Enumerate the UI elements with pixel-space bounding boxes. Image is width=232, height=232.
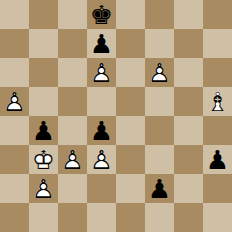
square-a2[interactable] (0, 174, 29, 203)
square-e7[interactable] (116, 29, 145, 58)
piece-white-pawn[interactable]: ♟♙ (87, 58, 116, 87)
square-h2[interactable] (203, 174, 232, 203)
square-h1[interactable] (203, 203, 232, 232)
square-g2[interactable] (174, 174, 203, 203)
chess-board: ♚♟♟♙♟♙♟♙♝♗♟♟♚♔♟♙♟♙♟♟♙♟ (0, 0, 232, 232)
piece-white-pawn[interactable]: ♟♙ (0, 87, 29, 116)
square-b8[interactable] (29, 0, 58, 29)
square-c4[interactable] (58, 116, 87, 145)
square-a8[interactable] (0, 0, 29, 29)
square-c2[interactable] (58, 174, 87, 203)
piece-black-king[interactable]: ♚ (87, 0, 116, 29)
square-f2[interactable]: ♟ (145, 174, 174, 203)
square-g3[interactable] (174, 145, 203, 174)
square-g6[interactable] (174, 58, 203, 87)
square-h3[interactable]: ♟ (203, 145, 232, 174)
pawn-glyph-fill: ♟ (0, 87, 29, 116)
square-a1[interactable] (0, 203, 29, 232)
square-g7[interactable] (174, 29, 203, 58)
square-h5[interactable]: ♝♗ (203, 87, 232, 116)
piece-white-pawn[interactable]: ♟♙ (87, 145, 116, 174)
square-a5[interactable]: ♟♙ (0, 87, 29, 116)
square-c7[interactable] (58, 29, 87, 58)
pawn-glyph-fill: ♟ (87, 58, 116, 87)
pawn-glyph-fill: ♟ (87, 145, 116, 174)
square-d2[interactable] (87, 174, 116, 203)
square-g8[interactable] (174, 0, 203, 29)
square-f1[interactable] (145, 203, 174, 232)
piece-white-pawn[interactable]: ♟♙ (58, 145, 87, 174)
square-f7[interactable] (145, 29, 174, 58)
square-f8[interactable] (145, 0, 174, 29)
square-e2[interactable] (116, 174, 145, 203)
pawn-glyph-fill: ♟ (58, 145, 87, 174)
piece-black-pawn[interactable]: ♟ (203, 145, 232, 174)
square-d8[interactable]: ♚ (87, 0, 116, 29)
square-h8[interactable] (203, 0, 232, 29)
pawn-glyph-fill: ♟ (87, 29, 116, 58)
square-d4[interactable]: ♟ (87, 116, 116, 145)
square-a4[interactable] (0, 116, 29, 145)
square-d7[interactable]: ♟ (87, 29, 116, 58)
pawn-glyph-outline: ♙ (0, 87, 29, 116)
piece-black-pawn[interactable]: ♟ (29, 116, 58, 145)
piece-black-pawn[interactable]: ♟ (87, 29, 116, 58)
bishop-glyph-outline: ♗ (203, 87, 232, 116)
pawn-glyph-fill: ♟ (29, 174, 58, 203)
square-f5[interactable] (145, 87, 174, 116)
piece-black-pawn[interactable]: ♟ (87, 116, 116, 145)
king-glyph-outline: ♔ (29, 145, 58, 174)
pawn-glyph-fill: ♟ (87, 116, 116, 145)
pawn-glyph-fill: ♟ (29, 116, 58, 145)
pawn-glyph-fill: ♟ (145, 174, 174, 203)
square-d5[interactable] (87, 87, 116, 116)
square-e1[interactable] (116, 203, 145, 232)
square-e4[interactable] (116, 116, 145, 145)
piece-black-pawn[interactable]: ♟ (145, 174, 174, 203)
square-d3[interactable]: ♟♙ (87, 145, 116, 174)
square-a7[interactable] (0, 29, 29, 58)
piece-white-pawn[interactable]: ♟♙ (29, 174, 58, 203)
pawn-glyph-fill: ♟ (203, 145, 232, 174)
square-f6[interactable]: ♟♙ (145, 58, 174, 87)
square-c5[interactable] (58, 87, 87, 116)
square-f4[interactable] (145, 116, 174, 145)
square-f3[interactable] (145, 145, 174, 174)
square-c1[interactable] (58, 203, 87, 232)
square-b7[interactable] (29, 29, 58, 58)
square-d6[interactable]: ♟♙ (87, 58, 116, 87)
square-e6[interactable] (116, 58, 145, 87)
pawn-glyph-outline: ♙ (87, 145, 116, 174)
square-b2[interactable]: ♟♙ (29, 174, 58, 203)
square-b4[interactable]: ♟ (29, 116, 58, 145)
square-c3[interactable]: ♟♙ (58, 145, 87, 174)
pawn-glyph-outline: ♙ (87, 58, 116, 87)
square-b6[interactable] (29, 58, 58, 87)
square-h7[interactable] (203, 29, 232, 58)
square-b1[interactable] (29, 203, 58, 232)
square-d1[interactable] (87, 203, 116, 232)
square-g5[interactable] (174, 87, 203, 116)
piece-white-king[interactable]: ♚♔ (29, 145, 58, 174)
square-e5[interactable] (116, 87, 145, 116)
pawn-glyph-fill: ♟ (145, 58, 174, 87)
square-e3[interactable] (116, 145, 145, 174)
square-b5[interactable] (29, 87, 58, 116)
pawn-glyph-outline: ♙ (29, 174, 58, 203)
pawn-glyph-outline: ♙ (145, 58, 174, 87)
square-a6[interactable] (0, 58, 29, 87)
square-a3[interactable] (0, 145, 29, 174)
piece-white-pawn[interactable]: ♟♙ (145, 58, 174, 87)
square-c6[interactable] (58, 58, 87, 87)
square-h6[interactable] (203, 58, 232, 87)
bishop-glyph-fill: ♝ (203, 87, 232, 116)
piece-white-bishop[interactable]: ♝♗ (203, 87, 232, 116)
square-h4[interactable] (203, 116, 232, 145)
king-glyph-fill: ♚ (29, 145, 58, 174)
king-glyph-fill: ♚ (87, 0, 116, 29)
pawn-glyph-outline: ♙ (58, 145, 87, 174)
square-e8[interactable] (116, 0, 145, 29)
square-b3[interactable]: ♚♔ (29, 145, 58, 174)
square-c8[interactable] (58, 0, 87, 29)
square-g1[interactable] (174, 203, 203, 232)
square-g4[interactable] (174, 116, 203, 145)
